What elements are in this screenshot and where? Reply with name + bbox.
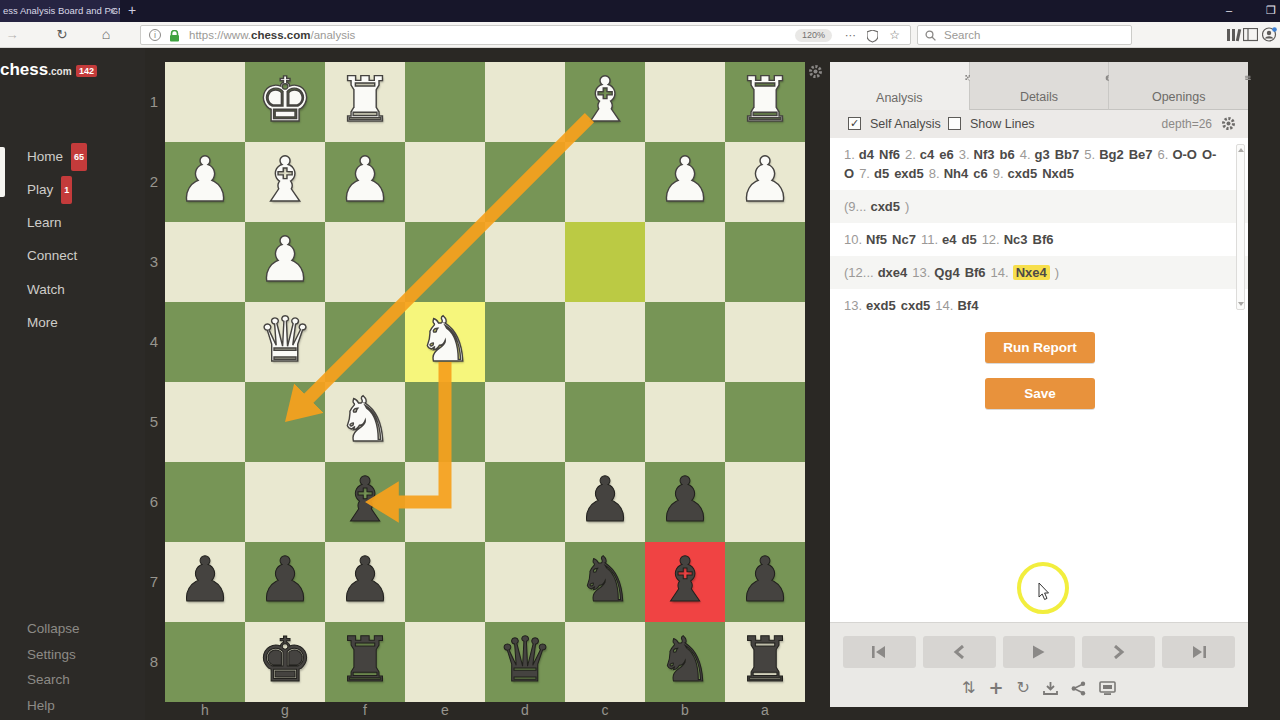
move[interactable]: Nc7 bbox=[892, 232, 916, 247]
sidebar-item-more[interactable]: More bbox=[0, 310, 145, 336]
white-queen[interactable]: ♛ bbox=[245, 302, 325, 382]
square-f4[interactable] bbox=[325, 302, 405, 382]
search-icon bbox=[925, 30, 936, 41]
square-a5[interactable] bbox=[725, 382, 805, 462]
black-knight[interactable]: ♞ bbox=[565, 542, 645, 622]
tab-title: ess Analysis Board and PGN bbox=[3, 5, 120, 16]
file-label-f: f bbox=[325, 702, 405, 720]
square-g8[interactable]: ♚ bbox=[245, 622, 325, 702]
square-h5[interactable] bbox=[165, 382, 245, 462]
back-icon bbox=[953, 645, 965, 659]
square-c3[interactable] bbox=[565, 222, 645, 302]
panel-tabs: Analysis Details Openings bbox=[830, 62, 1248, 110]
square-b4[interactable] bbox=[645, 302, 725, 382]
white-rook[interactable]: ♜ bbox=[725, 62, 805, 142]
reset-board-icon[interactable]: ↻ bbox=[1017, 678, 1030, 698]
browser-tab[interactable]: ess Analysis Board and PGN × bbox=[0, 0, 120, 22]
white-rook[interactable]: ♜ bbox=[325, 62, 405, 142]
square-e5[interactable] bbox=[405, 382, 485, 462]
sidebar-item-collapse[interactable]: Collapse bbox=[0, 616, 145, 642]
move-number: 13. bbox=[844, 298, 862, 313]
sidebar-item-home[interactable]: Home65 bbox=[0, 143, 145, 169]
board-tools: ⇅ + ↻ bbox=[830, 676, 1248, 700]
square-f2[interactable]: ♟ bbox=[325, 142, 405, 222]
sidebar-item-settings[interactable]: Settings bbox=[0, 642, 145, 668]
account-icon[interactable] bbox=[1262, 27, 1277, 52]
tab-close-icon[interactable]: × bbox=[110, 0, 116, 22]
play-icon bbox=[1032, 645, 1045, 659]
square-d2[interactable] bbox=[485, 142, 565, 222]
move-number: 1. bbox=[844, 147, 855, 162]
move[interactable]: c6 bbox=[973, 166, 987, 181]
move[interactable]: b6 bbox=[1000, 147, 1015, 162]
square-d4[interactable] bbox=[485, 302, 565, 382]
square-b1[interactable] bbox=[645, 62, 725, 142]
move[interactable]: Bf4 bbox=[957, 298, 978, 313]
file-label-c: c bbox=[565, 702, 645, 720]
white-pawn[interactable]: ♟ bbox=[645, 142, 725, 222]
black-queen[interactable]: ♛ bbox=[485, 622, 565, 702]
bookmark-star-icon[interactable]: ☆ bbox=[889, 26, 900, 44]
black-bishop[interactable]: ♝ bbox=[645, 542, 725, 622]
mainline-row: 10.Nf5Nc711.e4d512.Nc3Bf6 bbox=[830, 223, 1248, 256]
go-to-start-button[interactable] bbox=[843, 636, 916, 668]
square-c1[interactable]: ♝ bbox=[565, 62, 645, 142]
move-number: 9. bbox=[993, 166, 1004, 181]
url-text: https://www.chess.com/analysis bbox=[189, 26, 355, 44]
share-icon[interactable] bbox=[1071, 681, 1086, 696]
move-list-scrollbar[interactable] bbox=[1236, 144, 1245, 310]
chess-board[interactable]: ♚♜♝♜♟♝♟♟♟♟♛♞♞♝♟♟♟♟♟♞♝♟♚♜♛♞♜ bbox=[165, 62, 805, 702]
move-number: (9... bbox=[844, 199, 866, 214]
square-g1[interactable]: ♚ bbox=[245, 62, 325, 142]
square-h1[interactable] bbox=[165, 62, 245, 142]
variation-row: (12...dxe413.Qg4Bf614.Nxe4) bbox=[830, 256, 1248, 289]
square-h4[interactable] bbox=[165, 302, 245, 382]
square-a1[interactable]: ♜ bbox=[725, 62, 805, 142]
black-king[interactable]: ♚ bbox=[245, 622, 325, 702]
file-label-h: h bbox=[165, 702, 245, 720]
move[interactable]: d4 bbox=[859, 147, 874, 162]
square-e7[interactable] bbox=[405, 542, 485, 622]
square-d1[interactable] bbox=[485, 62, 565, 142]
site-info-icon[interactable]: i bbox=[149, 29, 161, 41]
analysis-controls: ✓ Self Analysis Show Lines depth=26 bbox=[830, 110, 1248, 138]
move-number: 11. bbox=[921, 232, 938, 247]
white-knight[interactable]: ♞ bbox=[405, 302, 485, 382]
sidebar-toggle-icon[interactable] bbox=[1243, 28, 1258, 53]
move[interactable]: Nf6 bbox=[879, 147, 900, 162]
rank-label-2: 2 bbox=[145, 142, 163, 222]
move-number: 4. bbox=[1020, 147, 1031, 162]
window-minimize-button[interactable]: – bbox=[1226, 0, 1232, 22]
rank-label-5: 5 bbox=[145, 382, 163, 462]
browser-toolbar: → ↻ ⌂ i https://www.chess.com/analysis 1… bbox=[0, 22, 1280, 48]
sidebar-item-help[interactable]: Help bbox=[0, 693, 145, 719]
file-label-d: d bbox=[485, 702, 565, 720]
move[interactable]: Bf6 bbox=[1033, 232, 1054, 247]
square-a2[interactable]: ♟ bbox=[725, 142, 805, 222]
move[interactable]: exd5 bbox=[866, 298, 896, 313]
rank-label-4: 4 bbox=[145, 302, 163, 382]
black-pawn[interactable]: ♟ bbox=[325, 542, 405, 622]
move[interactable]: Qg4 bbox=[934, 265, 959, 280]
square-e3[interactable] bbox=[405, 222, 485, 302]
next-move-button[interactable] bbox=[1082, 636, 1155, 668]
notification-badge: 142 bbox=[76, 65, 97, 77]
rank-label-8: 8 bbox=[145, 622, 163, 702]
square-d3[interactable] bbox=[485, 222, 565, 302]
square-e8[interactable] bbox=[405, 622, 485, 702]
scroll-up-icon[interactable] bbox=[1238, 148, 1244, 152]
black-pawn[interactable]: ♟ bbox=[565, 462, 645, 542]
white-pawn[interactable]: ♟ bbox=[165, 142, 245, 222]
move[interactable]: g3 bbox=[1035, 147, 1050, 162]
white-pawn[interactable]: ♟ bbox=[725, 142, 805, 222]
black-pawn[interactable]: ♟ bbox=[725, 542, 805, 622]
move-number: 10. bbox=[844, 232, 862, 247]
tracking-shield-icon[interactable] bbox=[867, 30, 878, 48]
square-h8[interactable] bbox=[165, 622, 245, 702]
board-settings-gear-icon[interactable] bbox=[808, 64, 823, 79]
move-list: 1.d4Nf62.c4e63.Nf3b64.g3Bb75.Bg2Be76.O-O… bbox=[830, 138, 1248, 316]
move-number: 14. bbox=[935, 298, 953, 313]
move-number: 2. bbox=[905, 147, 916, 162]
black-rook[interactable]: ♜ bbox=[725, 622, 805, 702]
window-maximize-button[interactable]: ❐ bbox=[1266, 0, 1276, 22]
save-button[interactable]: Save bbox=[985, 378, 1095, 409]
square-h6[interactable] bbox=[165, 462, 245, 542]
square-g6[interactable] bbox=[245, 462, 325, 542]
browser-tab-bar: ess Analysis Board and PGN × + – ❐ bbox=[0, 0, 1280, 22]
square-f6[interactable]: ♝ bbox=[325, 462, 405, 542]
badge: 65 bbox=[71, 143, 87, 171]
black-knight[interactable]: ♞ bbox=[645, 622, 725, 702]
go-start-icon bbox=[871, 645, 887, 659]
square-b2[interactable]: ♟ bbox=[645, 142, 725, 222]
square-d7[interactable] bbox=[485, 542, 565, 622]
square-f3[interactable] bbox=[325, 222, 405, 302]
vs-computer-icon[interactable] bbox=[1099, 681, 1116, 696]
move[interactable]: Nf5 bbox=[866, 232, 887, 247]
move[interactable]: cxd5 bbox=[870, 199, 900, 214]
rank-label-1: 1 bbox=[145, 62, 163, 142]
black-pawn[interactable]: ♟ bbox=[245, 542, 325, 622]
file-label-a: a bbox=[725, 702, 805, 720]
move-number: 13. bbox=[912, 265, 930, 280]
white-king[interactable]: ♚ bbox=[245, 62, 325, 142]
mainline-row: 1.d4Nf62.c4e63.Nf3b64.g3Bb75.Bg2Be76.O-O… bbox=[830, 138, 1248, 190]
black-rook[interactable]: ♜ bbox=[325, 622, 405, 702]
square-b8[interactable]: ♞ bbox=[645, 622, 725, 702]
square-b5[interactable] bbox=[645, 382, 725, 462]
square-f8[interactable]: ♜ bbox=[325, 622, 405, 702]
home-icon[interactable]: ⌂ bbox=[96, 22, 116, 47]
panel-footer: ⇅ + ↻ bbox=[830, 622, 1248, 707]
move[interactable]: Bg2 bbox=[1099, 147, 1124, 162]
square-g4[interactable]: ♛ bbox=[245, 302, 325, 382]
square-g2[interactable]: ♝ bbox=[245, 142, 325, 222]
run-report-button[interactable]: Run Report bbox=[985, 332, 1095, 363]
square-e6[interactable] bbox=[405, 462, 485, 542]
engine-depth-label: depth=26 bbox=[1162, 117, 1212, 131]
download-icon[interactable] bbox=[1043, 681, 1058, 696]
black-pawn[interactable]: ♟ bbox=[165, 542, 245, 622]
move[interactable]: cxd5 bbox=[1008, 166, 1038, 181]
application-window: ess Analysis Board and PGN × + – ❐ → ↻ ⌂… bbox=[0, 0, 1280, 720]
move[interactable]: cxd5 bbox=[901, 298, 931, 313]
square-h2[interactable]: ♟ bbox=[165, 142, 245, 222]
search-placeholder: Search bbox=[944, 26, 980, 44]
badge: 1 bbox=[61, 176, 72, 204]
file-label-b: b bbox=[645, 702, 725, 720]
rank-label-6: 6 bbox=[145, 462, 163, 542]
square-d5[interactable] bbox=[485, 382, 565, 462]
square-c6[interactable]: ♟ bbox=[565, 462, 645, 542]
library-icon[interactable] bbox=[1226, 28, 1242, 53]
self-analysis-label: Self Analysis bbox=[870, 117, 941, 131]
square-g7[interactable]: ♟ bbox=[245, 542, 325, 622]
play-button[interactable] bbox=[1003, 636, 1076, 668]
move[interactable]: Be7 bbox=[1129, 147, 1153, 162]
white-pawn[interactable]: ♟ bbox=[325, 142, 405, 222]
search-input[interactable]: Search bbox=[917, 25, 1132, 45]
analysis-panel: Analysis Details Openings bbox=[830, 62, 1248, 707]
previous-move-button[interactable] bbox=[923, 636, 996, 668]
square-f1[interactable]: ♜ bbox=[325, 62, 405, 142]
square-g5[interactable] bbox=[245, 382, 325, 462]
square-c5[interactable] bbox=[565, 382, 645, 462]
scroll-down-icon[interactable] bbox=[1238, 302, 1244, 306]
square-a8[interactable]: ♜ bbox=[725, 622, 805, 702]
square-a4[interactable] bbox=[725, 302, 805, 382]
move[interactable]: e4 bbox=[942, 232, 956, 247]
move[interactable]: Bf6 bbox=[965, 265, 986, 280]
move-number: (12... bbox=[844, 265, 874, 280]
move[interactable]: c4 bbox=[920, 147, 934, 162]
https-lock-icon bbox=[169, 30, 180, 42]
white-pawn[interactable]: ♟ bbox=[245, 222, 325, 302]
square-a7[interactable]: ♟ bbox=[725, 542, 805, 622]
move[interactable]: exd5 bbox=[894, 166, 924, 181]
square-b3[interactable] bbox=[645, 222, 725, 302]
rank-label-7: 7 bbox=[145, 542, 163, 622]
analysis-settings-gear-icon[interactable] bbox=[1221, 116, 1236, 131]
new-tab-button[interactable]: + bbox=[128, 0, 136, 21]
square-c2[interactable] bbox=[565, 142, 645, 222]
move[interactable]: Nc3 bbox=[1004, 232, 1028, 247]
square-c7[interactable]: ♞ bbox=[565, 542, 645, 622]
forward-icon[interactable]: → bbox=[2, 22, 22, 47]
go-end-icon bbox=[1191, 645, 1207, 659]
move-number: 7. bbox=[859, 166, 870, 181]
page-actions-icon[interactable]: ⋯ bbox=[845, 26, 856, 44]
square-e2[interactable] bbox=[405, 142, 485, 222]
refresh-icon[interactable]: ↻ bbox=[52, 22, 72, 47]
chesscom-logo[interactable]: chess.com 142 bbox=[0, 60, 145, 86]
url-bar[interactable]: i https://www.chess.com/analysis 120% ⋯ … bbox=[140, 25, 911, 45]
variation-row: (9...cxd5) bbox=[830, 190, 1248, 223]
sidebar-item-watch[interactable]: Watch bbox=[0, 277, 145, 303]
move-number: ) bbox=[1055, 265, 1059, 280]
current-move[interactable]: Nxe4 bbox=[1013, 265, 1050, 280]
square-f7[interactable]: ♟ bbox=[325, 542, 405, 622]
sidebar-item-learn[interactable]: Learn bbox=[0, 210, 145, 236]
show-lines-label: Show Lines bbox=[970, 117, 1035, 131]
black-pawn[interactable]: ♟ bbox=[645, 462, 725, 542]
white-knight[interactable]: ♞ bbox=[325, 382, 405, 462]
move[interactable]: Nh4 bbox=[944, 166, 969, 181]
square-d6[interactable] bbox=[485, 462, 565, 542]
sidebar-item-play[interactable]: Play1 bbox=[0, 176, 145, 202]
move-navigation bbox=[843, 636, 1235, 668]
rank-label-3: 3 bbox=[145, 222, 163, 302]
show-lines-checkbox[interactable] bbox=[948, 117, 961, 130]
file-label-g: g bbox=[245, 702, 325, 720]
tab-openings[interactable]: Openings bbox=[1109, 62, 1248, 110]
move-number: 8. bbox=[929, 166, 940, 181]
black-bishop[interactable]: ♝ bbox=[325, 462, 405, 542]
square-h3[interactable] bbox=[165, 222, 245, 302]
white-bishop[interactable]: ♝ bbox=[245, 142, 325, 222]
forward-icon bbox=[1113, 645, 1125, 659]
square-g3[interactable]: ♟ bbox=[245, 222, 325, 302]
flip-board-icon[interactable]: ⇅ bbox=[962, 678, 975, 698]
move-number: 3. bbox=[959, 147, 970, 162]
move-number: 5. bbox=[1084, 147, 1095, 162]
add-icon[interactable]: + bbox=[988, 678, 1003, 698]
square-e1[interactable] bbox=[405, 62, 485, 142]
square-c4[interactable] bbox=[565, 302, 645, 382]
move[interactable]: e6 bbox=[939, 147, 953, 162]
move[interactable]: Nf3 bbox=[974, 147, 995, 162]
file-label-e: e bbox=[405, 702, 485, 720]
move[interactable]: O-O bbox=[1172, 147, 1197, 162]
move[interactable]: d5 bbox=[874, 166, 889, 181]
tab-analysis[interactable]: Analysis bbox=[830, 62, 970, 110]
white-bishop[interactable]: ♝ bbox=[565, 62, 645, 142]
move[interactable]: dxe4 bbox=[878, 265, 908, 280]
square-a6[interactable] bbox=[725, 462, 805, 542]
move[interactable]: d5 bbox=[961, 232, 976, 247]
square-d8[interactable]: ♛ bbox=[485, 622, 565, 702]
sidebar-item-connect[interactable]: Connect bbox=[0, 243, 145, 269]
square-f5[interactable]: ♞ bbox=[325, 382, 405, 462]
square-b7[interactable]: ♝ bbox=[645, 542, 725, 622]
square-e4[interactable]: ♞ bbox=[405, 302, 485, 382]
square-b6[interactable]: ♟ bbox=[645, 462, 725, 542]
sidebar-item-search[interactable]: Search bbox=[0, 667, 145, 693]
openings-books-icon bbox=[1179, 69, 1280, 87]
go-to-end-button[interactable] bbox=[1162, 636, 1235, 668]
square-a3[interactable] bbox=[725, 222, 805, 302]
zoom-level-badge[interactable]: 120% bbox=[795, 29, 832, 42]
square-h7[interactable]: ♟ bbox=[165, 542, 245, 622]
self-analysis-checkbox[interactable]: ✓ bbox=[848, 117, 861, 130]
move[interactable]: Nxd5 bbox=[1042, 166, 1074, 181]
square-c8[interactable] bbox=[565, 622, 645, 702]
sidebar: chess.com 142 Home65Play1LearnConnectWat… bbox=[0, 48, 145, 720]
mainline-row: 13.exd5cxd514.Bf4 bbox=[830, 289, 1248, 316]
move-number: 6. bbox=[1158, 147, 1169, 162]
move[interactable]: Bb7 bbox=[1055, 147, 1080, 162]
move-number: 14. bbox=[991, 265, 1009, 280]
move-number: 12. bbox=[982, 232, 1000, 247]
tab-details[interactable]: Details bbox=[970, 62, 1110, 110]
move-number: ) bbox=[905, 199, 909, 214]
